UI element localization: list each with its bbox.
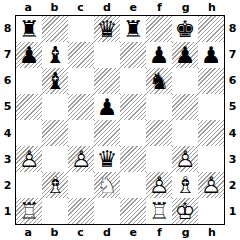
file-label-top-b: b	[41, 0, 67, 15]
square-g5[interactable]	[172, 94, 198, 120]
square-d6[interactable]	[94, 68, 120, 94]
black-pawn: ♟	[146, 42, 172, 68]
file-label-bottom-b: b	[41, 225, 67, 240]
square-e8[interactable]: ♜	[120, 16, 146, 42]
file-label-bottom-h: h	[199, 225, 225, 240]
square-b6[interactable]: ♝	[42, 68, 68, 94]
white-pawn-fill: ♟	[198, 172, 224, 198]
square-e5[interactable]	[120, 94, 146, 120]
rank-label-left-8: 8	[0, 15, 15, 41]
rank-label-left-2: 2	[0, 173, 15, 199]
square-e1[interactable]	[120, 198, 146, 224]
white-king: ♔	[172, 198, 198, 224]
square-f7[interactable]: ♟	[146, 42, 172, 68]
square-d8[interactable]: ♛	[94, 16, 120, 42]
square-g2[interactable]: ♝♗	[172, 172, 198, 198]
square-f2[interactable]: ♟♙	[146, 172, 172, 198]
white-rook: ♖	[16, 198, 42, 224]
square-c5[interactable]	[68, 94, 94, 120]
square-b4[interactable]	[42, 120, 68, 146]
square-e6[interactable]	[120, 68, 146, 94]
white-bishop: ♗	[172, 172, 198, 198]
square-d2[interactable]: ♞♘	[94, 172, 120, 198]
square-h8[interactable]	[198, 16, 224, 42]
square-h5[interactable]	[198, 94, 224, 120]
square-c3[interactable]: ♟♙	[68, 146, 94, 172]
black-king: ♚	[172, 16, 198, 42]
square-f6[interactable]: ♞	[146, 68, 172, 94]
square-c8[interactable]	[68, 16, 94, 42]
rank-label-right-6: 6	[225, 68, 240, 94]
square-a1[interactable]: ♜♖	[16, 198, 42, 224]
file-labels-top: abcdefgh	[15, 0, 225, 15]
white-bishop-fill: ♝	[172, 172, 198, 198]
file-label-bottom-d: d	[94, 225, 120, 240]
rank-label-left-5: 5	[0, 94, 15, 120]
white-pawn: ♙	[146, 172, 172, 198]
white-pawn: ♙	[172, 146, 198, 172]
square-g3[interactable]: ♟♙	[172, 146, 198, 172]
rank-label-left-4: 4	[0, 120, 15, 146]
square-c4[interactable]	[68, 120, 94, 146]
square-h6[interactable]	[198, 68, 224, 94]
black-queen: ♛	[94, 16, 120, 42]
square-c7[interactable]	[68, 42, 94, 68]
file-label-top-g: g	[173, 0, 199, 15]
white-bishop-fill: ♝	[42, 172, 68, 198]
square-a2[interactable]	[16, 172, 42, 198]
white-pawn-fill: ♟	[172, 146, 198, 172]
square-c2[interactable]	[68, 172, 94, 198]
black-rook: ♜	[120, 16, 146, 42]
square-h7[interactable]: ♟	[198, 42, 224, 68]
square-b7[interactable]: ♝	[42, 42, 68, 68]
rank-label-right-4: 4	[225, 120, 240, 146]
square-h3[interactable]	[198, 146, 224, 172]
white-rook-fill: ♜	[146, 198, 172, 224]
square-h2[interactable]: ♟♙	[198, 172, 224, 198]
square-b3[interactable]	[42, 146, 68, 172]
black-bishop: ♝	[42, 42, 68, 68]
white-pawn: ♙	[68, 146, 94, 172]
rank-label-left-1: 1	[0, 199, 15, 225]
chess-board: ♜♛♜♚♟♝♟♟♟♝♞♟♟♙♟♙♛♟♙♝♗♞♘♟♙♝♗♟♙♜♖♜♖♚♔	[15, 15, 225, 225]
square-a5[interactable]	[16, 94, 42, 120]
square-c1[interactable]	[68, 198, 94, 224]
file-label-bottom-a: a	[15, 225, 41, 240]
white-pawn-fill: ♟	[16, 146, 42, 172]
square-c6[interactable]	[68, 68, 94, 94]
rank-label-left-3: 3	[0, 146, 15, 172]
square-h1[interactable]	[198, 198, 224, 224]
square-a7[interactable]: ♟	[16, 42, 42, 68]
rank-label-right-8: 8	[225, 15, 240, 41]
file-labels-bottom: abcdefgh	[15, 225, 225, 240]
white-rook: ♖	[146, 198, 172, 224]
file-label-top-d: d	[94, 0, 120, 15]
file-label-top-f: f	[146, 0, 172, 15]
square-f1[interactable]: ♜♖	[146, 198, 172, 224]
square-h4[interactable]	[198, 120, 224, 146]
square-f5[interactable]	[146, 94, 172, 120]
white-pawn-fill: ♟	[146, 172, 172, 198]
file-label-top-c: c	[68, 0, 94, 15]
square-d4[interactable]	[94, 120, 120, 146]
file-label-top-h: h	[199, 0, 225, 15]
square-f4[interactable]	[146, 120, 172, 146]
chess-diagram: abcdefgh abcdefgh 87654321 87654321 ♜♛♜♚…	[0, 0, 240, 240]
square-e3[interactable]	[120, 146, 146, 172]
rank-label-right-7: 7	[225, 41, 240, 67]
file-label-bottom-g: g	[173, 225, 199, 240]
black-bishop: ♝	[42, 68, 68, 94]
black-knight: ♞	[146, 68, 172, 94]
white-bishop: ♗	[42, 172, 68, 198]
rank-label-right-2: 2	[225, 173, 240, 199]
square-f8[interactable]	[146, 16, 172, 42]
rank-labels-right: 87654321	[225, 15, 240, 225]
square-g7[interactable]: ♟	[172, 42, 198, 68]
square-e7[interactable]	[120, 42, 146, 68]
file-label-bottom-f: f	[146, 225, 172, 240]
square-d7[interactable]	[94, 42, 120, 68]
black-pawn: ♟	[16, 42, 42, 68]
square-d1[interactable]	[94, 198, 120, 224]
square-g6[interactable]	[172, 68, 198, 94]
white-pawn: ♙	[198, 172, 224, 198]
square-g8[interactable]: ♚	[172, 16, 198, 42]
square-d5[interactable]: ♟	[94, 94, 120, 120]
rank-label-right-1: 1	[225, 199, 240, 225]
square-a8[interactable]: ♜	[16, 16, 42, 42]
white-pawn: ♙	[16, 146, 42, 172]
white-pawn-fill: ♟	[68, 146, 94, 172]
black-pawn: ♟	[172, 42, 198, 68]
black-rook: ♜	[16, 16, 42, 42]
rank-label-right-3: 3	[225, 146, 240, 172]
square-g1[interactable]: ♚♔	[172, 198, 198, 224]
white-knight: ♘	[94, 172, 120, 198]
square-g4[interactable]	[172, 120, 198, 146]
square-a6[interactable]	[16, 68, 42, 94]
black-queen: ♛	[94, 146, 120, 172]
rank-label-left-6: 6	[0, 68, 15, 94]
file-label-top-a: a	[15, 0, 41, 15]
square-b8[interactable]	[42, 16, 68, 42]
rank-label-left-7: 7	[0, 41, 15, 67]
black-pawn: ♟	[198, 42, 224, 68]
square-f3[interactable]	[146, 146, 172, 172]
square-a3[interactable]: ♟♙	[16, 146, 42, 172]
file-label-bottom-e: e	[120, 225, 146, 240]
white-rook-fill: ♜	[16, 198, 42, 224]
square-e4[interactable]	[120, 120, 146, 146]
rank-labels-left: 87654321	[0, 15, 15, 225]
white-knight-fill: ♞	[94, 172, 120, 198]
square-e2[interactable]	[120, 172, 146, 198]
square-b1[interactable]	[42, 198, 68, 224]
file-label-top-e: e	[120, 0, 146, 15]
square-b5[interactable]	[42, 94, 68, 120]
file-label-bottom-c: c	[68, 225, 94, 240]
square-d3[interactable]: ♛	[94, 146, 120, 172]
white-king-fill: ♚	[172, 198, 198, 224]
black-pawn: ♟	[94, 94, 120, 120]
square-b2[interactable]: ♝♗	[42, 172, 68, 198]
rank-label-right-5: 5	[225, 94, 240, 120]
square-a4[interactable]	[16, 120, 42, 146]
